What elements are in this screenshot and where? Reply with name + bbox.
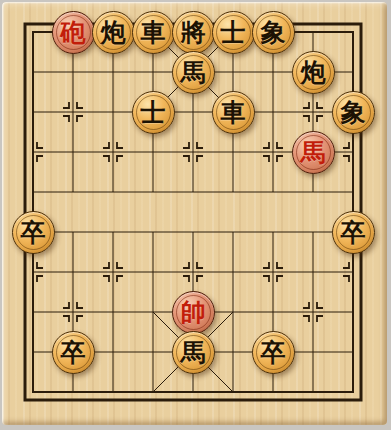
piece-black-cannon[interactable]: 炮 (292, 51, 335, 94)
black-pawn-glyph: 卒 (261, 340, 286, 365)
piece-black-advisor[interactable]: 士 (212, 11, 255, 54)
black-horse-glyph: 馬 (181, 340, 206, 365)
piece-black-chariot[interactable]: 車 (132, 11, 175, 54)
piece-black-elephant[interactable]: 象 (252, 11, 295, 54)
black-elephant-glyph: 象 (261, 20, 286, 45)
black-advisor-glyph: 士 (141, 100, 166, 125)
black-cannon-glyph: 炮 (101, 20, 126, 45)
black-pawn-glyph: 卒 (21, 220, 46, 245)
red-general-glyph: 帥 (181, 300, 206, 325)
piece-black-general[interactable]: 將 (172, 11, 215, 54)
piece-black-advisor[interactable]: 士 (132, 91, 175, 134)
xiangqi-app: 砲炮車將士象馬炮士車象馬卒卒帥卒馬卒 (0, 0, 391, 430)
piece-red-general[interactable]: 帥 (172, 291, 215, 334)
piece-black-elephant[interactable]: 象 (332, 91, 375, 134)
red-horse-glyph: 馬 (301, 140, 326, 165)
black-pawn-glyph: 卒 (61, 340, 86, 365)
piece-black-pawn[interactable]: 卒 (12, 211, 55, 254)
piece-red-horse[interactable]: 馬 (292, 131, 335, 174)
piece-red-cannon[interactable]: 砲 (52, 11, 95, 54)
piece-black-pawn[interactable]: 卒 (332, 211, 375, 254)
piece-black-chariot[interactable]: 車 (212, 91, 255, 134)
black-horse-glyph: 馬 (181, 60, 206, 85)
piece-black-pawn[interactable]: 卒 (52, 331, 95, 374)
black-general-glyph: 將 (181, 20, 206, 45)
black-chariot-glyph: 車 (141, 20, 166, 45)
black-chariot-glyph: 車 (221, 100, 246, 125)
black-elephant-glyph: 象 (341, 100, 366, 125)
black-cannon-glyph: 炮 (301, 60, 326, 85)
red-cannon-glyph: 砲 (61, 20, 86, 45)
piece-black-pawn[interactable]: 卒 (252, 331, 295, 374)
black-pawn-glyph: 卒 (341, 220, 366, 245)
piece-black-horse[interactable]: 馬 (172, 51, 215, 94)
black-advisor-glyph: 士 (221, 20, 246, 45)
piece-black-horse[interactable]: 馬 (172, 331, 215, 374)
piece-black-cannon[interactable]: 炮 (92, 11, 135, 54)
board: 砲炮車將士象馬炮士車象馬卒卒帥卒馬卒 (13, 12, 373, 412)
